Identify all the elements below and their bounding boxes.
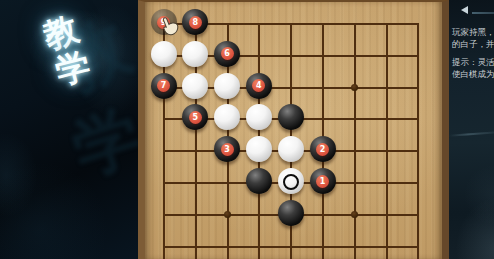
white-stone-body (182, 73, 208, 99)
stone-white (182, 41, 208, 67)
black-stone-body (278, 200, 304, 226)
stone-black-7: 7 (151, 73, 177, 99)
stone-white (246, 104, 272, 130)
white-stone-body (246, 136, 272, 162)
stone-white (246, 136, 272, 162)
stone-white (278, 136, 304, 162)
stone-white (214, 73, 240, 99)
move-number-badge: 8 (189, 16, 202, 29)
star-point (351, 211, 358, 218)
left-triangle-icon collapse-panel-button[interactable] (461, 6, 468, 14)
white-stone-body (151, 41, 177, 67)
tutorial-screen: 教 学 教 学 986745321 玩家持黑， 的白子，并 提示：灵活 使白棋成… (0, 0, 494, 259)
move-number-badge: 5 (189, 111, 202, 124)
white-stone-body (278, 136, 304, 162)
white-stone-body (214, 73, 240, 99)
instruction-line-1: 玩家持黑， (452, 27, 494, 37)
panel-divider (472, 12, 494, 14)
white-stone-body (214, 104, 240, 130)
instruction-text: 玩家持黑， 的白子，并 提示：灵活 使白棋成为 (452, 26, 494, 80)
move-number-badge: 3 (221, 143, 234, 156)
move-number-badge: 7 (157, 79, 170, 92)
stone-black-2: 2 (310, 136, 336, 162)
stone-black-8: 8 (182, 9, 208, 35)
move-number-badge: 6 (221, 47, 234, 60)
move-number-badge: 1 (316, 175, 329, 188)
stone-white (182, 73, 208, 99)
go-board[interactable]: 986745321 (138, 0, 449, 259)
tutorial-title: 教 学 (0, 0, 138, 259)
title-char-2: 学 (51, 43, 95, 96)
stone-black-6: 6 (214, 41, 240, 67)
hint-line-2: 使白棋成为 (452, 69, 494, 79)
title-char-1: 教 (38, 6, 85, 60)
instruction-panel: 玩家持黑， 的白子，并 提示：灵活 使白棋成为 (449, 0, 494, 259)
stone-white (278, 168, 304, 194)
star-point (351, 84, 358, 91)
go-board-grid[interactable]: 986745321 (163, 23, 419, 259)
stone-ghost-black-9[interactable]: 9 (151, 9, 177, 35)
stone-black-5: 5 (182, 104, 208, 130)
star-point (224, 211, 231, 218)
white-stone-body (246, 104, 272, 130)
stone-white (151, 41, 177, 67)
stone-black-3: 3 (214, 136, 240, 162)
stone-black-1: 1 (310, 168, 336, 194)
instruction-line-2: 的白子，并 (452, 39, 494, 49)
panel-light-streak (449, 131, 494, 136)
left-decor-panel: 教 学 教 学 (0, 0, 138, 259)
stone-black (246, 168, 272, 194)
white-stone-body (182, 41, 208, 67)
last-move-circle-marker (283, 174, 299, 190)
stone-black-4: 4 (246, 73, 272, 99)
calligraphy-backdrop: 教 学 (30, 6, 140, 256)
hint-line-1: 提示：灵活 (452, 57, 494, 67)
move-number-badge: 2 (316, 143, 329, 156)
black-stone-body (246, 168, 272, 194)
black-stone-body (278, 104, 304, 130)
stone-white (214, 104, 240, 130)
stone-black (278, 200, 304, 226)
stone-black (278, 104, 304, 130)
